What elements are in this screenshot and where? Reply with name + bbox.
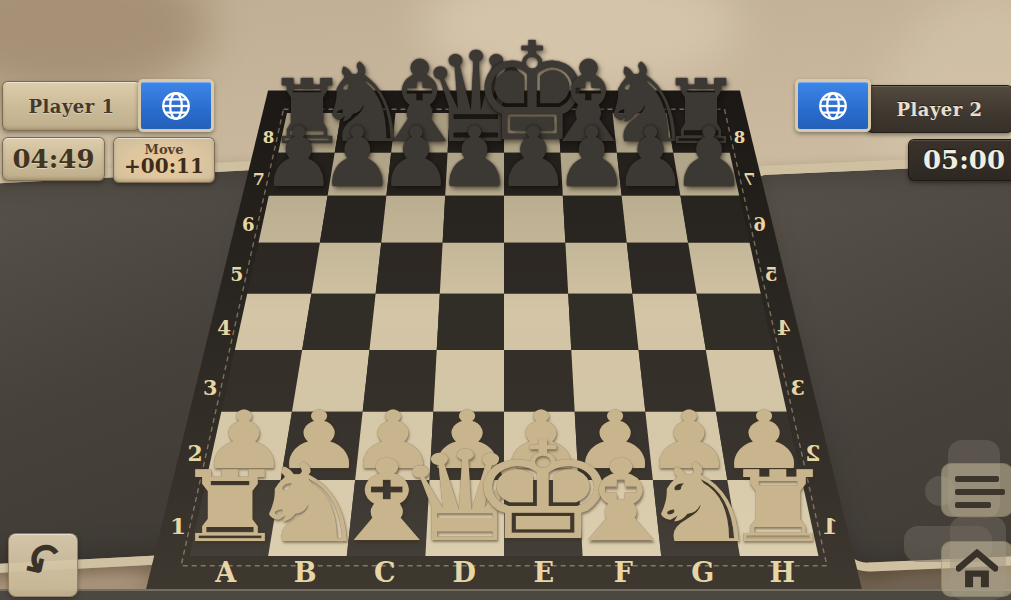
player1-globe-button[interactable] <box>138 79 214 132</box>
square-b1[interactable] <box>268 480 355 556</box>
rank-label-left-2: 2 <box>187 440 202 466</box>
square-f8[interactable] <box>558 113 617 153</box>
file-label-c: C <box>374 557 396 588</box>
square-a4[interactable] <box>235 294 312 350</box>
rank-label-right-3: 3 <box>790 375 804 400</box>
rank-label-right-5: 5 <box>765 263 778 285</box>
square-f3[interactable] <box>571 350 645 412</box>
globe-icon <box>157 89 195 123</box>
square-h7[interactable] <box>673 153 739 196</box>
square-d8[interactable] <box>448 113 504 153</box>
rank-label-left-5: 5 <box>230 263 243 285</box>
rank-label-right-4: 4 <box>777 316 791 340</box>
square-b4[interactable] <box>302 294 375 350</box>
square-e8[interactable] <box>504 113 560 153</box>
square-b2[interactable] <box>281 412 363 480</box>
square-h4[interactable] <box>697 294 774 350</box>
square-g6[interactable] <box>622 196 689 243</box>
rank-label-left-4: 4 <box>217 316 231 340</box>
rank-label-right-8: 8 <box>734 127 746 147</box>
square-e2[interactable] <box>504 412 578 480</box>
square-a8[interactable] <box>278 113 341 153</box>
moves-list-button[interactable] <box>941 463 1011 517</box>
rank-label-right-2: 2 <box>805 440 820 466</box>
square-g8[interactable] <box>612 113 673 153</box>
square-h5[interactable] <box>688 243 761 294</box>
square-h8[interactable] <box>667 113 730 153</box>
square-c7[interactable] <box>386 153 447 196</box>
player1-clock-value: 04:49 <box>13 144 95 174</box>
rank-label-right-6: 6 <box>753 214 766 235</box>
rank-label-left-1: 1 <box>170 512 186 539</box>
square-c6[interactable] <box>381 196 445 243</box>
square-b6[interactable] <box>320 196 387 243</box>
square-e7[interactable] <box>504 153 563 196</box>
rank-label-left-6: 6 <box>242 214 255 235</box>
square-d7[interactable] <box>445 153 504 196</box>
file-label-e: E <box>533 557 554 588</box>
square-f6[interactable] <box>563 196 627 243</box>
square-e5[interactable] <box>504 243 568 294</box>
square-h3[interactable] <box>706 350 787 412</box>
rank-label-left-8: 8 <box>263 127 275 147</box>
square-f5[interactable] <box>565 243 632 294</box>
square-d5[interactable] <box>440 243 504 294</box>
file-label-d: D <box>453 557 476 588</box>
player2-clock: 05:00 <box>908 139 1011 181</box>
square-c8[interactable] <box>391 113 450 153</box>
square-c1[interactable] <box>347 480 430 556</box>
square-b5[interactable] <box>311 243 381 294</box>
square-a5[interactable] <box>247 243 320 294</box>
square-a2[interactable] <box>206 412 292 480</box>
globe-icon <box>814 89 852 123</box>
move-timer-value: +00:11 <box>124 156 204 177</box>
rank-label-left-7: 7 <box>253 169 265 189</box>
square-f7[interactable] <box>560 153 621 196</box>
file-label-b: B <box>294 557 317 588</box>
square-a3[interactable] <box>221 350 302 412</box>
square-c5[interactable] <box>376 243 443 294</box>
player2-clock-value: 05:00 <box>923 145 1005 175</box>
square-d6[interactable] <box>443 196 504 243</box>
square-e6[interactable] <box>504 196 565 243</box>
game-screen: ABCDEFGH8877665544332211 ♜♞♝♛♚♝♞♜♟♟♟♟♟♟♟… <box>0 0 1011 600</box>
player1-name-plate: Player 1 <box>2 81 141 131</box>
player1-clock: 04:49 <box>2 137 105 181</box>
rank-label-left-3: 3 <box>203 375 217 400</box>
square-d3[interactable] <box>433 350 504 412</box>
square-d1[interactable] <box>425 480 504 556</box>
moves-list-icon <box>955 476 999 482</box>
undo-arrow-icon: ↶ <box>14 532 71 591</box>
rank-label-right-1: 1 <box>822 512 838 539</box>
table-edge-strip <box>0 589 1011 600</box>
square-g2[interactable] <box>645 412 727 480</box>
file-label-h: H <box>770 557 796 588</box>
player2-name-plate: Player 2 <box>866 85 1011 133</box>
square-d4[interactable] <box>437 294 504 350</box>
rank-label-right-7: 7 <box>743 169 755 189</box>
player2-globe-button[interactable] <box>795 79 871 132</box>
home-button[interactable] <box>941 541 1011 597</box>
square-e3[interactable] <box>504 350 575 412</box>
square-b3[interactable] <box>292 350 369 412</box>
square-g4[interactable] <box>632 294 705 350</box>
square-b8[interactable] <box>335 113 396 153</box>
file-label-g: G <box>691 557 714 588</box>
square-g7[interactable] <box>617 153 681 196</box>
home-icon <box>956 549 998 589</box>
square-g1[interactable] <box>653 480 740 556</box>
move-timer-panel: Move +00:11 <box>113 137 215 183</box>
file-label-f: F <box>614 557 633 588</box>
square-a7[interactable] <box>269 153 335 196</box>
square-h6[interactable] <box>680 196 749 243</box>
square-f4[interactable] <box>568 294 638 350</box>
undo-button[interactable]: ↶ <box>8 533 78 597</box>
file-label-a: A <box>214 557 237 588</box>
square-g5[interactable] <box>627 243 697 294</box>
square-h2[interactable] <box>716 412 802 480</box>
player1-name: Player 1 <box>28 96 114 117</box>
square-g3[interactable] <box>639 350 716 412</box>
square-e4[interactable] <box>504 294 571 350</box>
square-c2[interactable] <box>355 412 433 480</box>
square-c4[interactable] <box>369 294 439 350</box>
square-f2[interactable] <box>575 412 653 480</box>
square-e1[interactable] <box>504 480 583 556</box>
square-c3[interactable] <box>363 350 437 412</box>
square-a6[interactable] <box>258 196 327 243</box>
square-f1[interactable] <box>578 480 661 556</box>
square-b7[interactable] <box>328 153 392 196</box>
player2-name: Player 2 <box>896 99 982 120</box>
square-d2[interactable] <box>430 412 504 480</box>
